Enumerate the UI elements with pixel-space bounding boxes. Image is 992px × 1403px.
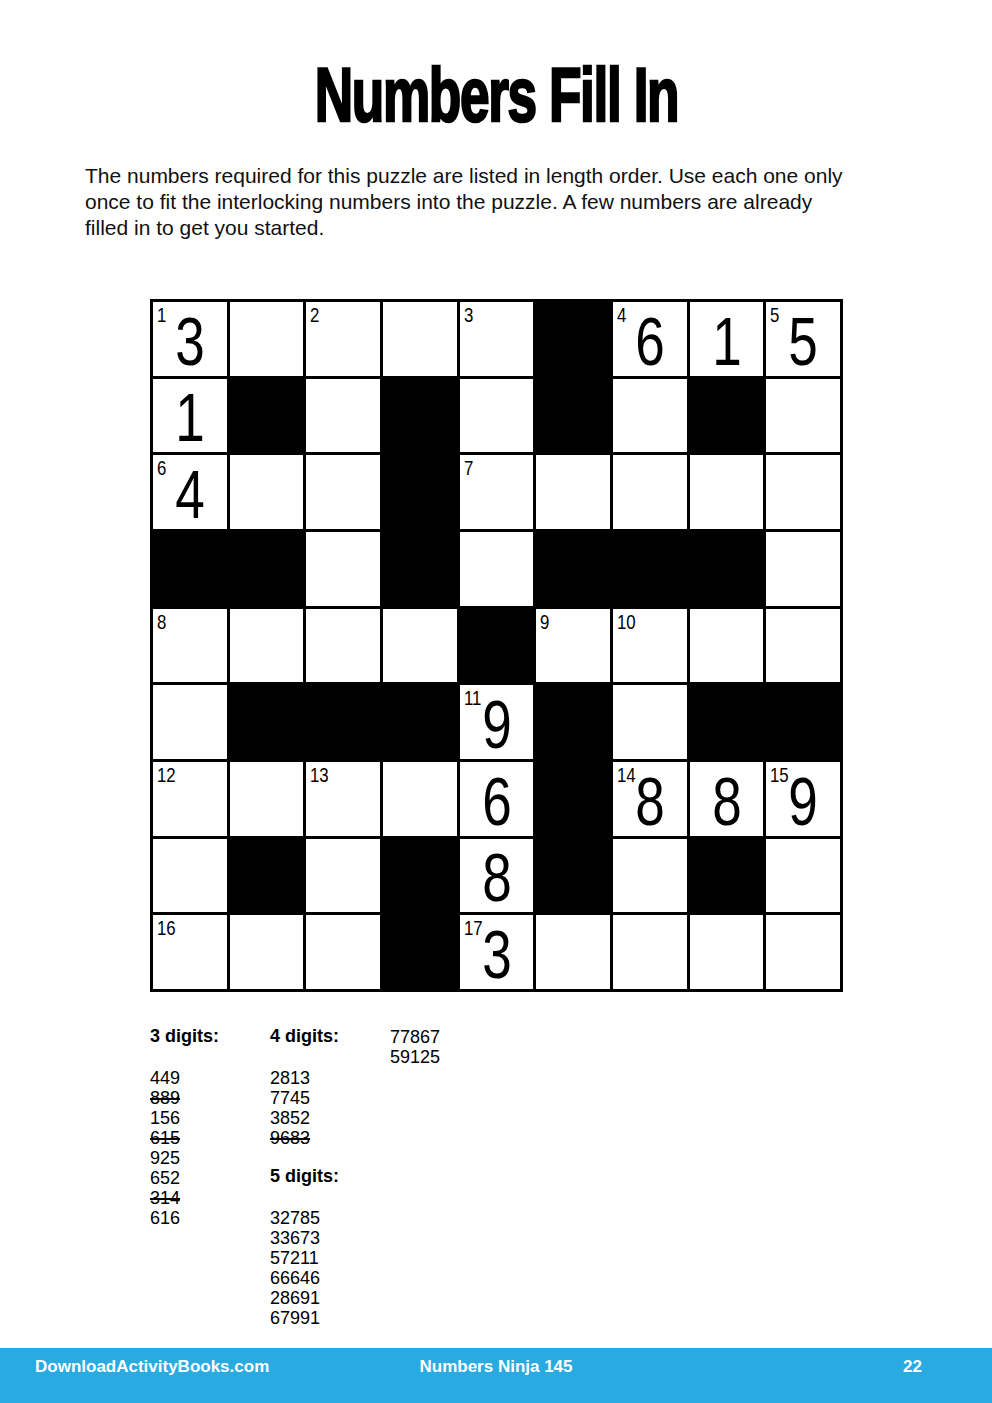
grid-cell[interactable]: 8 — [460, 839, 534, 913]
grid-cell[interactable]: 8 — [690, 762, 764, 836]
number-item: 3852 — [270, 1108, 339, 1128]
cell-value: 3 — [482, 920, 512, 988]
grid-cell[interactable] — [766, 455, 840, 529]
clue-number: 4 — [617, 304, 626, 325]
clue-number: 5 — [770, 304, 779, 325]
grid-cell[interactable] — [613, 379, 687, 453]
cell-value: 3 — [175, 307, 205, 375]
grid-cell[interactable]: 1 — [690, 302, 764, 376]
grid-cell[interactable] — [766, 379, 840, 453]
black-cell — [460, 609, 534, 683]
instructions-line: The numbers required for this puzzle are… — [85, 163, 945, 189]
cell-value: 6 — [635, 307, 665, 375]
black-cell — [536, 685, 610, 759]
footer-series: Numbers Ninja 145 — [0, 1357, 992, 1377]
grid-cell[interactable]: 148 — [613, 762, 687, 836]
number-item: 57211 — [270, 1248, 339, 1268]
list-3-digits: 3 digits:449889156615925652314616 — [150, 1026, 219, 1228]
number-item: 33673 — [270, 1228, 339, 1248]
grid-cell[interactable] — [230, 302, 304, 376]
black-cell — [536, 379, 610, 453]
cell-value: 8 — [635, 767, 665, 835]
grid-cell[interactable]: 1 — [153, 379, 227, 453]
grid-cell[interactable]: 7 — [460, 455, 534, 529]
number-item-struck: 9683 — [270, 1128, 339, 1148]
clue-number: 7 — [464, 457, 473, 478]
cell-value: 8 — [482, 843, 512, 911]
grid-cell[interactable] — [766, 915, 840, 989]
grid-cell[interactable] — [536, 455, 610, 529]
list-4-digits: 4 digits:2813774538529683 — [270, 1026, 339, 1148]
grid-cell[interactable]: 64 — [153, 455, 227, 529]
grid-cell[interactable]: 10 — [613, 609, 687, 683]
black-cell — [153, 532, 227, 606]
number-item: 925 — [150, 1148, 219, 1168]
black-cell — [383, 915, 457, 989]
list-5-digits: 5 digits:327853367357211666462869167991 — [270, 1166, 339, 1328]
grid-cell[interactable]: 55 — [766, 302, 840, 376]
page-title-text: Numbers Fill In — [314, 52, 677, 138]
grid-cell[interactable] — [230, 455, 304, 529]
grid-cell[interactable] — [766, 609, 840, 683]
black-cell — [383, 839, 457, 913]
number-item-struck: 615 — [150, 1128, 219, 1148]
black-cell — [536, 302, 610, 376]
black-cell — [766, 685, 840, 759]
black-cell — [230, 839, 304, 913]
grid-cell[interactable] — [306, 455, 380, 529]
grid-cell[interactable]: 159 — [766, 762, 840, 836]
number-item: 59125 — [390, 1047, 440, 1067]
black-cell — [230, 532, 304, 606]
number-item: 66646 — [270, 1268, 339, 1288]
clue-number: 9 — [540, 611, 549, 632]
black-cell — [383, 379, 457, 453]
number-item: 616 — [150, 1208, 219, 1228]
number-item: 32785 — [270, 1208, 339, 1228]
clue-number: 1 — [157, 304, 166, 325]
grid-cell[interactable] — [383, 609, 457, 683]
black-cell — [383, 532, 457, 606]
cell-value: 4 — [175, 460, 205, 528]
grid-cell[interactable] — [306, 839, 380, 913]
grid-cell[interactable]: 2 — [306, 302, 380, 376]
clue-number: 17 — [464, 917, 483, 938]
number-item: 77867 — [390, 1027, 440, 1047]
clue-number: 13 — [310, 764, 329, 785]
clue-number: 12 — [157, 764, 176, 785]
black-cell — [690, 839, 764, 913]
grid-cell[interactable]: 13 — [306, 762, 380, 836]
black-cell — [690, 685, 764, 759]
grid-cell[interactable] — [766, 532, 840, 606]
grid-cell[interactable] — [613, 685, 687, 759]
grid-cell[interactable] — [230, 609, 304, 683]
number-item: 2813 — [270, 1068, 339, 1088]
instructions: The numbers required for this puzzle are… — [85, 163, 945, 241]
grid-cell[interactable] — [460, 379, 534, 453]
grid-cell[interactable] — [153, 685, 227, 759]
number-item-struck: 314 — [150, 1188, 219, 1208]
grid-cell[interactable]: 46 — [613, 302, 687, 376]
black-cell — [613, 532, 687, 606]
black-cell — [230, 379, 304, 453]
grid-cell[interactable] — [460, 532, 534, 606]
clue-number: 15 — [770, 764, 789, 785]
black-cell — [383, 455, 457, 529]
number-item: 7745 — [270, 1088, 339, 1108]
clue-number: 3 — [464, 304, 473, 325]
grid-cell[interactable]: 119 — [460, 685, 534, 759]
cell-value: 6 — [482, 767, 512, 835]
grid-cell[interactable] — [690, 915, 764, 989]
list-header: 5 digits: — [270, 1166, 339, 1186]
clue-number: 6 — [157, 457, 166, 478]
clue-number: 10 — [617, 611, 636, 632]
cell-value: 9 — [788, 767, 818, 835]
grid-cell[interactable] — [690, 609, 764, 683]
black-cell — [536, 532, 610, 606]
grid-cell[interactable] — [613, 839, 687, 913]
black-cell — [690, 532, 764, 606]
number-item: 652 — [150, 1168, 219, 1188]
clue-number: 11 — [464, 687, 481, 708]
grid-cell[interactable]: 8 — [153, 609, 227, 683]
cell-value: 8 — [712, 767, 742, 835]
grid-cell[interactable] — [306, 609, 380, 683]
clue-number: 2 — [310, 304, 319, 325]
black-cell — [536, 762, 610, 836]
grid-cell[interactable] — [613, 915, 687, 989]
grid-cell[interactable]: 12 — [153, 762, 227, 836]
grid-cell[interactable] — [306, 532, 380, 606]
footer-bar: DownloadActivityBooks.com Numbers Ninja … — [0, 1348, 992, 1403]
number-item-struck: 889 — [150, 1088, 219, 1108]
footer-page-number: 22 — [903, 1357, 922, 1377]
instructions-line: filled in to get you started. — [85, 215, 945, 241]
list-5-digits-overflow: 7786759125 — [390, 1027, 440, 1067]
grid-cell[interactable] — [383, 302, 457, 376]
clue-number: 14 — [617, 764, 636, 785]
page: Numbers Fill In The numbers required for… — [0, 0, 992, 1403]
grid-cell[interactable] — [613, 455, 687, 529]
clue-number: 16 — [157, 917, 176, 938]
grid-cell[interactable] — [230, 762, 304, 836]
grid-cell[interactable] — [536, 915, 610, 989]
black-cell — [230, 685, 304, 759]
black-cell — [536, 839, 610, 913]
cell-value: 9 — [482, 690, 512, 758]
grid-cell[interactable]: 16 — [153, 915, 227, 989]
grid-cell[interactable] — [153, 839, 227, 913]
grid-cell[interactable] — [230, 915, 304, 989]
number-item: 67991 — [270, 1308, 339, 1328]
number-item: 156 — [150, 1108, 219, 1128]
grid-cell[interactable]: 13 — [153, 302, 227, 376]
black-cell — [306, 685, 380, 759]
grid-cell[interactable] — [306, 379, 380, 453]
number-item: 449 — [150, 1068, 219, 1088]
grid-cell[interactable]: 173 — [460, 915, 534, 989]
grid-cell[interactable] — [766, 839, 840, 913]
clue-number: 8 — [157, 611, 166, 632]
puzzle-grid: 13234615516478910119121361488159816173 — [150, 299, 843, 992]
instructions-line: once to fit the interlocking numbers int… — [85, 189, 945, 215]
cell-value: 1 — [175, 383, 205, 451]
grid-cell[interactable]: 9 — [536, 609, 610, 683]
number-item: 28691 — [270, 1288, 339, 1308]
cell-value: 1 — [712, 307, 742, 375]
page-title: Numbers Fill In — [0, 52, 992, 138]
list-header: 4 digits: — [270, 1026, 339, 1046]
cell-value: 5 — [788, 307, 818, 375]
grid-cell[interactable]: 6 — [460, 762, 534, 836]
black-cell — [690, 379, 764, 453]
grid-cell[interactable] — [690, 455, 764, 529]
grid-cell[interactable] — [306, 915, 380, 989]
black-cell — [383, 685, 457, 759]
grid-cell[interactable] — [383, 762, 457, 836]
list-header: 3 digits: — [150, 1026, 219, 1046]
grid-cell[interactable]: 3 — [460, 302, 534, 376]
